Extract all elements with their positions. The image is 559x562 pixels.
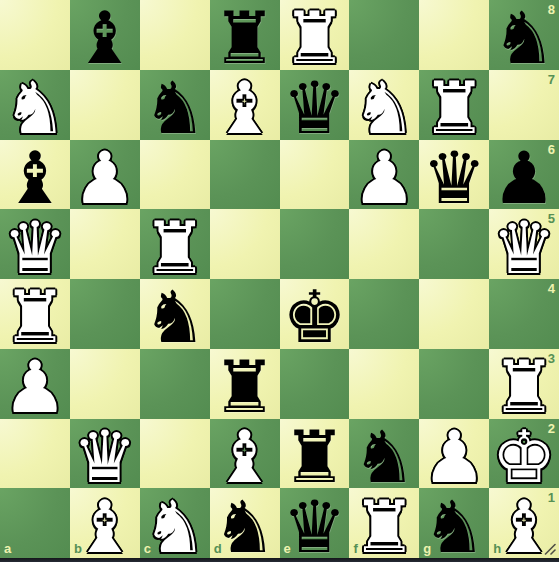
bottom-edge-strip xyxy=(0,558,559,562)
square-a2[interactable] xyxy=(0,419,70,489)
square-e6[interactable] xyxy=(280,140,350,210)
piece-white-knight[interactable]: ♞ xyxy=(0,70,70,140)
square-f7[interactable]: ♞ xyxy=(349,70,419,140)
square-c5[interactable]: ♜ xyxy=(140,209,210,279)
file-label-h: h xyxy=(493,542,501,555)
square-g3[interactable] xyxy=(419,349,489,419)
piece-black-bishop[interactable]: ♝ xyxy=(70,0,140,70)
square-f1[interactable]: ♜f xyxy=(349,488,419,558)
square-a4[interactable]: ♜ xyxy=(0,279,70,349)
piece-white-queen[interactable]: ♛ xyxy=(70,419,140,489)
square-d6[interactable] xyxy=(210,140,280,210)
square-f3[interactable] xyxy=(349,349,419,419)
chess-board: ♝♜♜♞8♞♞♝♛♞♜7♝♟♟♛♟6♛♜♛5♜♞♚4♟♜♜3♛♝♜♞♟♚2a♝b… xyxy=(0,0,559,558)
file-label-a: a xyxy=(4,542,11,555)
square-a5[interactable]: ♛ xyxy=(0,209,70,279)
piece-white-pawn[interactable]: ♟ xyxy=(70,140,140,210)
square-e4[interactable]: ♚ xyxy=(280,279,350,349)
piece-white-bishop[interactable]: ♝ xyxy=(210,70,280,140)
square-e1[interactable]: ♛e xyxy=(280,488,350,558)
square-e7[interactable]: ♛ xyxy=(280,70,350,140)
rank-label-3: 3 xyxy=(548,352,555,365)
rank-label-7: 7 xyxy=(548,73,555,86)
square-h2[interactable]: ♚2 xyxy=(489,419,559,489)
piece-white-pawn[interactable]: ♟ xyxy=(349,140,419,210)
square-b2[interactable]: ♛ xyxy=(70,419,140,489)
square-d3[interactable]: ♜ xyxy=(210,349,280,419)
square-d8[interactable]: ♜ xyxy=(210,0,280,70)
square-g4[interactable] xyxy=(419,279,489,349)
file-label-e: e xyxy=(284,542,291,555)
piece-white-bishop[interactable]: ♝ xyxy=(210,419,280,489)
piece-white-queen[interactable]: ♛ xyxy=(0,209,70,279)
file-label-b: b xyxy=(74,542,82,555)
square-c2[interactable] xyxy=(140,419,210,489)
square-f4[interactable] xyxy=(349,279,419,349)
piece-black-king[interactable]: ♚ xyxy=(280,279,350,349)
square-h3[interactable]: ♜3 xyxy=(489,349,559,419)
piece-black-queen[interactable]: ♛ xyxy=(280,70,350,140)
piece-black-rook[interactable]: ♜ xyxy=(280,419,350,489)
file-label-g: g xyxy=(423,542,431,555)
square-c6[interactable] xyxy=(140,140,210,210)
piece-black-rook[interactable]: ♜ xyxy=(210,349,280,419)
square-g8[interactable] xyxy=(419,0,489,70)
piece-black-knight[interactable]: ♞ xyxy=(140,279,210,349)
square-c1[interactable]: ♞c xyxy=(140,488,210,558)
square-g7[interactable]: ♜ xyxy=(419,70,489,140)
square-h8[interactable]: ♞8 xyxy=(489,0,559,70)
square-e5[interactable] xyxy=(280,209,350,279)
piece-white-pawn[interactable]: ♟ xyxy=(419,419,489,489)
rank-label-2: 2 xyxy=(548,422,555,435)
square-h5[interactable]: ♛5 xyxy=(489,209,559,279)
square-e8[interactable]: ♜ xyxy=(280,0,350,70)
chess-board-page: ♝♜♜♞8♞♞♝♛♞♜7♝♟♟♛♟6♛♜♛5♜♞♚4♟♜♜3♛♝♜♞♟♚2a♝b… xyxy=(0,0,559,562)
rank-label-6: 6 xyxy=(548,143,555,156)
square-b8[interactable]: ♝ xyxy=(70,0,140,70)
square-f6[interactable]: ♟ xyxy=(349,140,419,210)
piece-black-queen[interactable]: ♛ xyxy=(419,140,489,210)
piece-white-pawn[interactable]: ♟ xyxy=(0,349,70,419)
rank-label-4: 4 xyxy=(548,282,555,295)
square-c4[interactable]: ♞ xyxy=(140,279,210,349)
square-a3[interactable]: ♟ xyxy=(0,349,70,419)
piece-white-knight[interactable]: ♞ xyxy=(349,70,419,140)
square-h7[interactable]: 7 xyxy=(489,70,559,140)
square-g1[interactable]: ♞g xyxy=(419,488,489,558)
square-a1[interactable]: a xyxy=(0,488,70,558)
square-b1[interactable]: ♝b xyxy=(70,488,140,558)
piece-black-knight[interactable]: ♞ xyxy=(349,419,419,489)
file-label-f: f xyxy=(353,542,357,555)
file-label-d: d xyxy=(214,542,222,555)
piece-white-rook[interactable]: ♜ xyxy=(140,209,210,279)
square-c7[interactable]: ♞ xyxy=(140,70,210,140)
square-b6[interactable]: ♟ xyxy=(70,140,140,210)
rank-label-5: 5 xyxy=(548,212,555,225)
piece-black-rook[interactable]: ♜ xyxy=(210,0,280,70)
square-b7[interactable] xyxy=(70,70,140,140)
square-f2[interactable]: ♞ xyxy=(349,419,419,489)
square-c3[interactable] xyxy=(140,349,210,419)
rank-label-8: 8 xyxy=(548,3,555,16)
square-b5[interactable] xyxy=(70,209,140,279)
square-h4[interactable]: 4 xyxy=(489,279,559,349)
square-f5[interactable] xyxy=(349,209,419,279)
piece-black-bishop[interactable]: ♝ xyxy=(0,140,70,210)
piece-white-rook[interactable]: ♜ xyxy=(349,488,419,558)
piece-white-rook[interactable]: ♜ xyxy=(280,0,350,70)
square-c8[interactable] xyxy=(140,0,210,70)
square-a7[interactable]: ♞ xyxy=(0,70,70,140)
square-e3[interactable] xyxy=(280,349,350,419)
square-d1[interactable]: ♞d xyxy=(210,488,280,558)
square-a8[interactable] xyxy=(0,0,70,70)
square-d4[interactable] xyxy=(210,279,280,349)
square-a6[interactable]: ♝ xyxy=(0,140,70,210)
square-d5[interactable] xyxy=(210,209,280,279)
piece-white-rook[interactable]: ♜ xyxy=(419,70,489,140)
square-b3[interactable] xyxy=(70,349,140,419)
square-g2[interactable]: ♟ xyxy=(419,419,489,489)
piece-black-knight[interactable]: ♞ xyxy=(140,70,210,140)
square-e2[interactable]: ♜ xyxy=(280,419,350,489)
square-g5[interactable] xyxy=(419,209,489,279)
rank-label-1: 1 xyxy=(548,491,555,504)
square-g6[interactable]: ♛ xyxy=(419,140,489,210)
file-label-c: c xyxy=(144,542,151,555)
resize-handle-icon[interactable] xyxy=(543,542,556,555)
piece-white-rook[interactable]: ♜ xyxy=(0,279,70,349)
square-b4[interactable] xyxy=(70,279,140,349)
square-d2[interactable]: ♝ xyxy=(210,419,280,489)
square-d7[interactable]: ♝ xyxy=(210,70,280,140)
square-f8[interactable] xyxy=(349,0,419,70)
square-h6[interactable]: ♟6 xyxy=(489,140,559,210)
